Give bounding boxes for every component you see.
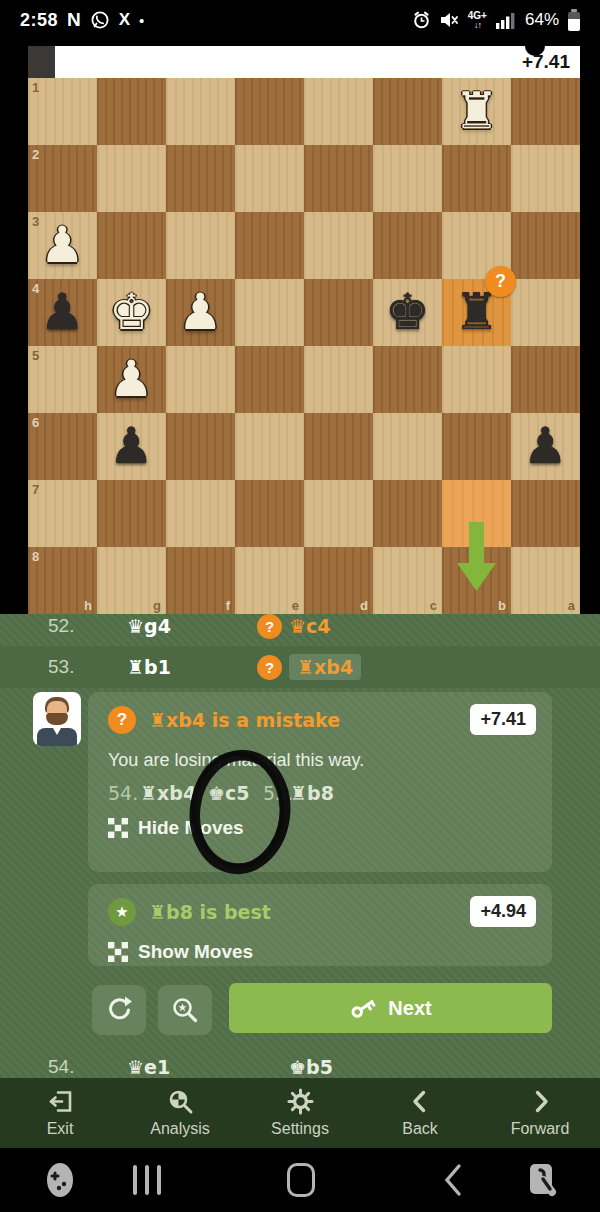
square-g6[interactable]: ♟ — [97, 413, 166, 480]
netflix-icon: N — [67, 9, 81, 31]
analysis-icon — [167, 1088, 194, 1115]
file-label: g — [153, 598, 161, 613]
square-h5[interactable]: 5 — [28, 346, 97, 413]
square-d8[interactable]: d — [304, 547, 373, 614]
eval-black-segment — [28, 46, 55, 78]
square-e5[interactable] — [235, 346, 304, 413]
black-pawn: ♟ — [511, 413, 580, 480]
best-title: ♜b8 is best — [149, 901, 470, 923]
x-app-icon: X — [119, 10, 130, 30]
line-move[interactable]: ♜b8 — [290, 782, 334, 804]
square-a4[interactable] — [511, 279, 580, 346]
exit-button[interactable]: Exit — [0, 1078, 120, 1148]
square-a6[interactable]: ♟ — [511, 413, 580, 480]
checkerboard-icon — [108, 942, 128, 962]
square-h3[interactable]: 3♟ — [28, 212, 97, 279]
chevron-right-icon — [527, 1088, 554, 1115]
square-g7[interactable] — [97, 480, 166, 547]
rank-label: 2 — [32, 147, 39, 162]
white-move[interactable]: ♛e1 — [127, 1056, 257, 1078]
square-d4[interactable] — [304, 279, 373, 346]
square-b2[interactable] — [442, 145, 511, 212]
chess-board: 1♜23♟4♟♚♟♚♜5♟6♟♟78hgfedcba — [28, 78, 580, 614]
back-label: Back — [402, 1120, 438, 1138]
clock-time: 2:58 — [20, 10, 58, 31]
best-card-header: ★ ♜b8 is best +4.94 — [108, 896, 540, 927]
square-a3[interactable] — [511, 212, 580, 279]
white-king: ♚ — [97, 279, 166, 346]
analysis-button[interactable]: Analysis — [120, 1078, 240, 1148]
square-d2[interactable] — [304, 145, 373, 212]
square-b5[interactable] — [442, 346, 511, 413]
black-move[interactable]: ♛c4 — [289, 615, 331, 637]
analysis-label: Analysis — [150, 1120, 210, 1138]
white-move[interactable]: ♜b1 — [127, 656, 257, 678]
mistake-badge-on-square: ? — [485, 266, 516, 297]
square-e8[interactable]: e — [235, 547, 304, 614]
square-d7[interactable] — [304, 480, 373, 547]
battery-percent: 64% — [525, 10, 559, 30]
file-label: b — [498, 598, 506, 613]
square-c2[interactable] — [373, 145, 442, 212]
square-a1[interactable] — [511, 78, 580, 145]
retry-button[interactable] — [92, 985, 146, 1035]
move-row-53[interactable]: 53. ♜b1 ? ♜xb4 — [0, 646, 600, 688]
rank-label: 8 — [32, 549, 39, 564]
white-pawn: ♟ — [166, 279, 235, 346]
hide-moves-label: Hide Moves — [138, 817, 244, 839]
square-b8[interactable]: b — [442, 547, 511, 614]
square-d6[interactable] — [304, 413, 373, 480]
black-king: ♚ — [373, 279, 442, 346]
next-label: Next — [388, 997, 431, 1020]
square-c6[interactable] — [373, 413, 442, 480]
game-controller-icon[interactable] — [38, 1148, 82, 1212]
square-a5[interactable] — [511, 346, 580, 413]
black-pawn: ♟ — [97, 413, 166, 480]
square-e1[interactable] — [235, 78, 304, 145]
whatsapp-icon — [90, 10, 110, 30]
white-rook: ♜ — [442, 78, 511, 145]
line-move-circled[interactable]: ♚c5 — [208, 782, 263, 804]
file-label: a — [568, 598, 575, 613]
gear-icon — [287, 1088, 314, 1115]
eval-pill: +7.41 — [470, 704, 536, 735]
checkerboard-icon — [108, 818, 128, 838]
square-e6[interactable] — [235, 413, 304, 480]
square-g3[interactable] — [97, 212, 166, 279]
analysis-panel: 52. ♛g4 ? ♛c4 53. ♜b1 ? ♜xb4 ? ♜xb4 is a… — [0, 614, 600, 1078]
mistake-title: ♜xb4 is a mistake — [149, 709, 470, 731]
square-c1[interactable] — [373, 78, 442, 145]
square-e7[interactable] — [235, 480, 304, 547]
show-moves-button[interactable]: Show Moves — [108, 941, 540, 963]
screen: 2:58 N X • 4G+ ↓↑ — [0, 0, 600, 1212]
square-f5[interactable] — [166, 346, 235, 413]
square-f4[interactable]: ♟ — [166, 279, 235, 346]
square-a7[interactable] — [511, 480, 580, 547]
square-h2[interactable]: 2 — [28, 145, 97, 212]
rank-label: 7 — [32, 482, 39, 497]
square-f8[interactable]: f — [166, 547, 235, 614]
network-icon: 4G+ ↓↑ — [468, 11, 487, 30]
black-pawn: ♟ — [28, 279, 97, 346]
square-a8[interactable]: a — [511, 547, 580, 614]
alarm-icon — [412, 10, 431, 30]
notification-dot: • — [139, 12, 144, 29]
refresh-icon — [104, 995, 134, 1025]
square-h7[interactable]: 7 — [28, 480, 97, 547]
square-c3[interactable] — [373, 212, 442, 279]
black-move[interactable]: ♚b5 — [289, 1056, 333, 1078]
eval-pill: +4.94 — [470, 896, 536, 927]
variation-line: 54. ♜xb4 ♚c5 55. ♜b8 — [108, 782, 540, 804]
mistake-card-header: ? ♜xb4 is a mistake +7.41 — [108, 704, 540, 735]
move-number: 54. — [48, 1056, 127, 1078]
battery-icon — [568, 9, 580, 31]
square-h6[interactable]: 6 — [28, 413, 97, 480]
settings-label: Settings — [271, 1120, 329, 1138]
home-button[interactable] — [284, 1148, 318, 1212]
status-left: 2:58 N X • — [20, 9, 144, 31]
mistake-badge: ? — [257, 655, 282, 680]
question-badge-icon: ? — [108, 706, 136, 734]
file-label: e — [292, 598, 299, 613]
key-icon — [349, 994, 377, 1022]
next-button[interactable]: Next — [229, 983, 552, 1033]
square-c4[interactable]: ♚ — [373, 279, 442, 346]
square-d5[interactable] — [304, 346, 373, 413]
settings-button[interactable]: Settings — [240, 1078, 360, 1148]
line-move-number: 55. — [263, 782, 290, 804]
square-d3[interactable] — [304, 212, 373, 279]
square-f2[interactable] — [166, 145, 235, 212]
square-h4[interactable]: 4♟ — [28, 279, 97, 346]
white-pawn: ♟ — [28, 212, 97, 279]
square-f3[interactable] — [166, 212, 235, 279]
mistake-badge: ? — [257, 614, 282, 639]
square-b7[interactable] — [442, 480, 511, 547]
white-move[interactable]: ♛g4 — [127, 615, 257, 637]
hide-moves-button[interactable]: Hide Moves — [108, 817, 540, 839]
square-b1[interactable]: ♜ — [442, 78, 511, 145]
square-e3[interactable] — [235, 212, 304, 279]
zoom-star-icon — [171, 996, 199, 1024]
black-move-selected[interactable]: ♜xb4 — [289, 654, 361, 680]
mistake-card: ? ♜xb4 is a mistake +7.41 You are losing… — [88, 692, 552, 872]
bottom-nav: Exit Analysis — [0, 1078, 600, 1148]
file-label: f — [226, 598, 230, 613]
square-f6[interactable] — [166, 413, 235, 480]
signal-icon — [496, 11, 516, 29]
line-move[interactable]: ♜xb4 — [140, 782, 208, 804]
square-a2[interactable] — [511, 145, 580, 212]
rank-label: 6 — [32, 415, 39, 430]
square-g4[interactable]: ♚ — [97, 279, 166, 346]
status-bar: 2:58 N X • 4G+ ↓↑ — [0, 0, 600, 40]
move-number: 53. — [48, 656, 127, 678]
file-label: h — [84, 598, 92, 613]
user-avatar — [33, 692, 81, 746]
android-nav-bar — [0, 1148, 600, 1212]
square-d1[interactable] — [304, 78, 373, 145]
square-g2[interactable] — [97, 145, 166, 212]
eval-score: +7.41 — [522, 46, 570, 78]
best-move-card: ★ ♜b8 is best +4.94 Show Moves — [88, 884, 552, 966]
file-label: c — [430, 598, 437, 613]
rank-label: 1 — [32, 80, 39, 95]
square-g5[interactable]: ♟ — [97, 346, 166, 413]
square-c5[interactable] — [373, 346, 442, 413]
square-e4[interactable] — [235, 279, 304, 346]
square-c8[interactable]: c — [373, 547, 442, 614]
forward-label: Forward — [511, 1120, 570, 1138]
square-g1[interactable] — [97, 78, 166, 145]
evaluation-bar[interactable]: +7.41 — [28, 46, 580, 78]
square-c7[interactable] — [373, 480, 442, 547]
star-badge-icon: ★ — [108, 898, 136, 926]
status-right: 4G+ ↓↑ 64% — [412, 9, 580, 31]
exit-label: Exit — [47, 1120, 74, 1138]
move-number: 52. — [48, 615, 127, 637]
android-back-button[interactable] — [438, 1148, 468, 1212]
recents-button[interactable] — [124, 1148, 170, 1212]
mistake-explanation: You are losing material this way. — [108, 750, 540, 771]
exit-icon — [47, 1088, 74, 1115]
chevron-left-icon — [407, 1088, 434, 1115]
file-label: d — [360, 598, 368, 613]
white-pawn: ♟ — [97, 346, 166, 413]
square-f1[interactable] — [166, 78, 235, 145]
forward-button[interactable]: Forward — [480, 1078, 600, 1148]
square-f7[interactable] — [166, 480, 235, 547]
square-h1[interactable]: 1 — [28, 78, 97, 145]
show-moves-label: Show Moves — [138, 941, 253, 963]
line-move-number: 54. — [108, 782, 140, 804]
zoom-button[interactable] — [158, 985, 212, 1035]
square-h8[interactable]: 8h — [28, 547, 97, 614]
mute-icon — [440, 11, 459, 29]
square-b6[interactable] — [442, 413, 511, 480]
square-g8[interactable]: g — [97, 547, 166, 614]
phone-assist-icon[interactable] — [522, 1148, 562, 1212]
back-button[interactable]: Back — [360, 1078, 480, 1148]
square-e2[interactable] — [235, 145, 304, 212]
board-area: 1♜23♟4♟♚♟♚♜5♟6♟♟78hgfedcba ? — [28, 78, 580, 614]
rank-label: 5 — [32, 348, 39, 363]
